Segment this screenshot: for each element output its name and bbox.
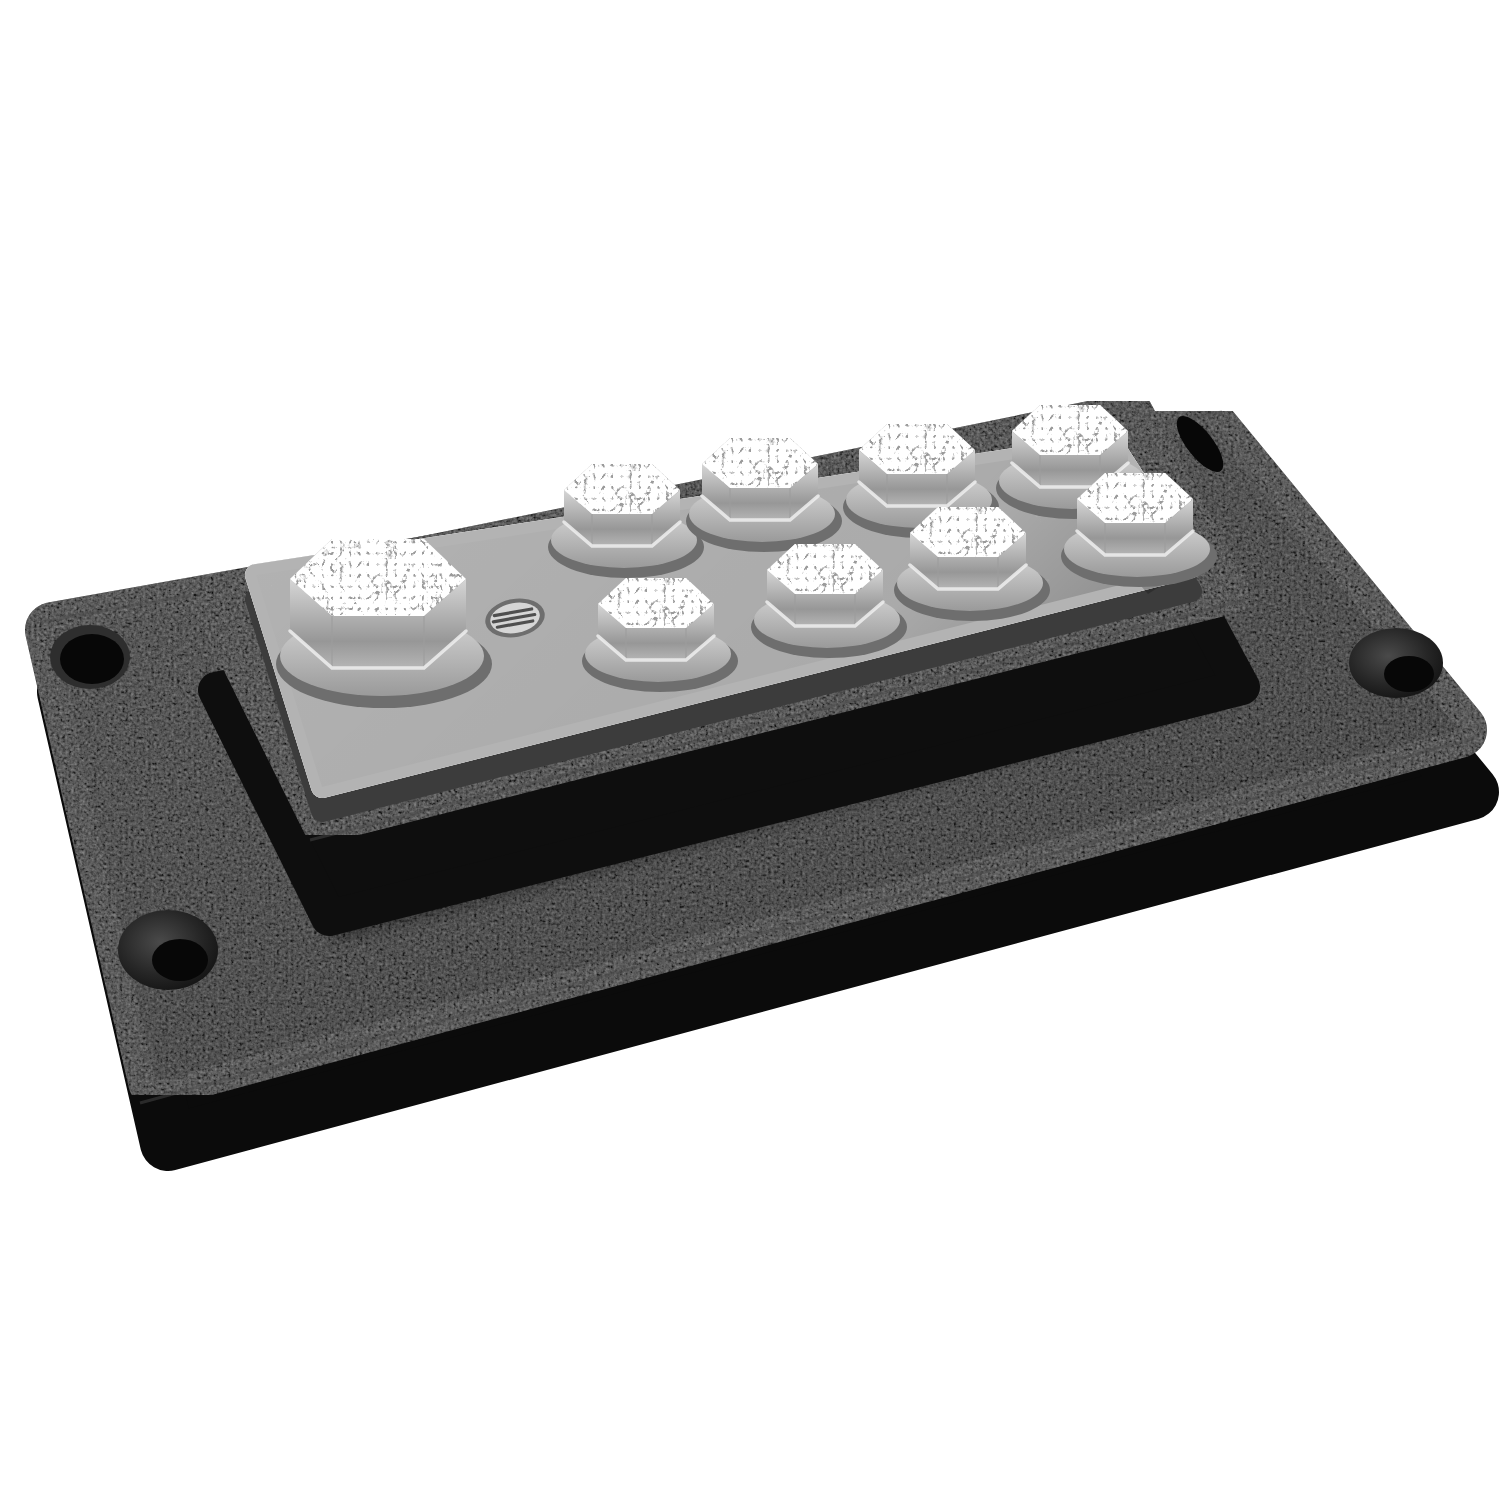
hole-bore — [1384, 656, 1434, 692]
product-image — [0, 0, 1500, 1500]
hole-bore — [152, 939, 208, 981]
bus-bar-illustration — [0, 0, 1500, 1500]
hole-bore — [60, 634, 124, 684]
mounting-hole-bottom-right — [1349, 628, 1443, 698]
mounting-hole-top-left — [50, 625, 130, 689]
mounting-hole-bottom-left — [118, 910, 218, 990]
